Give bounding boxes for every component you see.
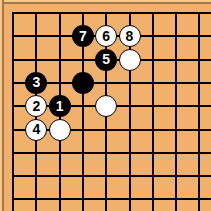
grid-line-horizontal xyxy=(12,198,211,200)
grid-line-vertical xyxy=(12,12,14,211)
move-number-label: 7 xyxy=(79,29,87,43)
move-number-label: 3 xyxy=(32,75,40,89)
move-number-label: 5 xyxy=(102,52,110,66)
stone-black-move-5: 5 xyxy=(95,49,117,71)
stone-black-move-1: 1 xyxy=(49,95,71,117)
stone-white-move-8: 8 xyxy=(119,25,141,47)
move-number-label: 8 xyxy=(126,29,134,43)
stone-white xyxy=(95,95,117,117)
stone-white xyxy=(119,49,141,71)
grid-line-vertical xyxy=(175,12,177,211)
grid-line-vertical xyxy=(198,12,200,211)
go-diagram: 76853214 xyxy=(0,0,211,211)
move-number-label: 1 xyxy=(56,99,64,113)
stone-black xyxy=(72,72,94,94)
grid-line-horizontal xyxy=(12,12,211,14)
stone-white xyxy=(49,119,71,141)
go-board: 76853214 xyxy=(0,0,211,211)
move-number-label: 6 xyxy=(102,29,110,43)
stone-black-move-3: 3 xyxy=(25,72,47,94)
move-number-label: 4 xyxy=(32,122,40,136)
move-number-label: 2 xyxy=(32,99,40,113)
stone-black-move-7: 7 xyxy=(72,25,94,47)
grid-line-vertical xyxy=(152,12,154,211)
grid-line-horizontal xyxy=(12,152,211,154)
grid-line-horizontal xyxy=(12,175,211,177)
stone-white-move-2: 2 xyxy=(25,95,47,117)
stone-white-move-4: 4 xyxy=(25,119,47,141)
stone-white-move-6: 6 xyxy=(95,25,117,47)
